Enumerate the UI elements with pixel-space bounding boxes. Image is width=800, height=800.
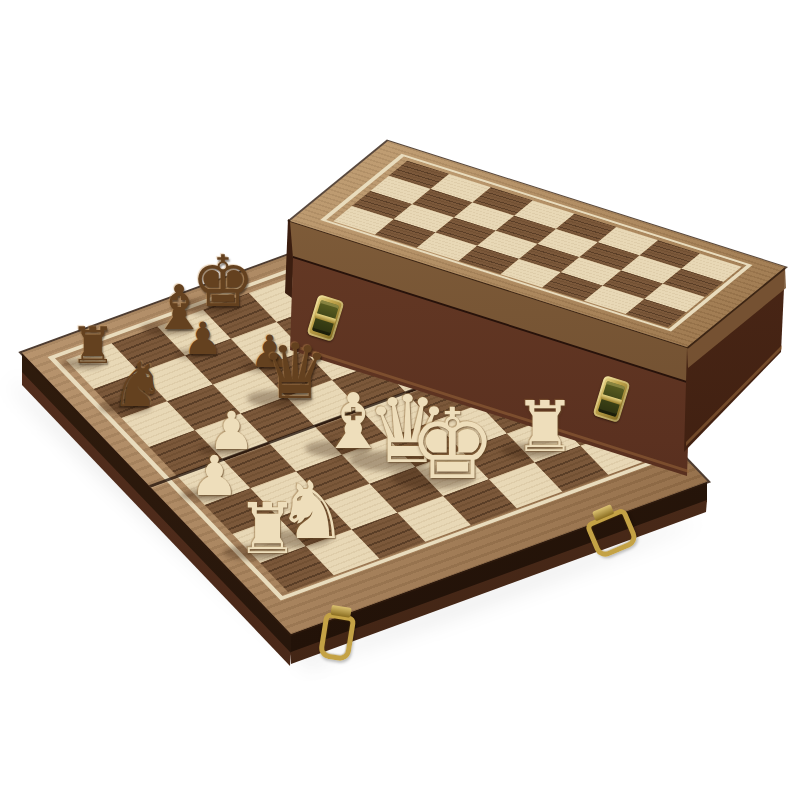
piece-black-rook-a8[interactable]: ♜ <box>70 321 115 372</box>
piece-white-king-e2[interactable]: ♚ <box>408 396 496 494</box>
piece-white-rook-g2[interactable]: ♜ <box>514 392 576 462</box>
piece-black-knight-a7[interactable]: ♞ <box>110 355 165 417</box>
piece-white-pawn-a3[interactable]: ♟ <box>190 449 239 504</box>
piece-white-rook-a2[interactable]: ♜ <box>236 494 298 564</box>
piece-black-pawn-c7[interactable]: ♟ <box>183 316 223 361</box>
product-photo-scene: ♜♞♝♚♟♟♛♟♝♟♜♞♛♚♜ <box>0 0 800 800</box>
